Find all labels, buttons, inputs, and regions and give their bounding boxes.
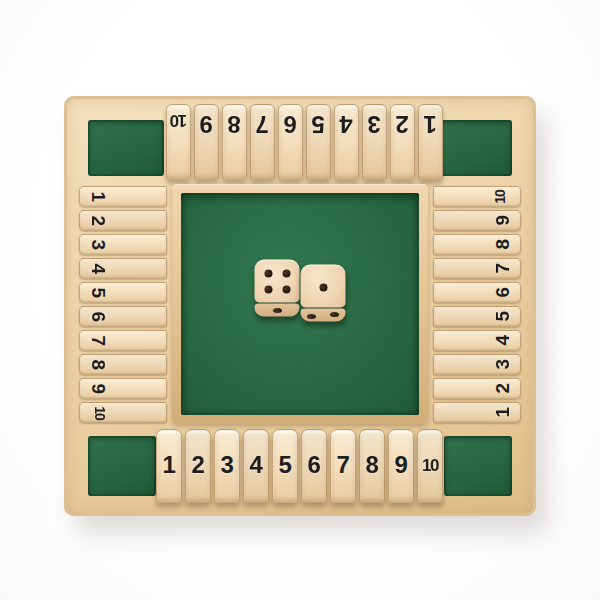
tile-number: 8 [89,359,108,369]
tile-number: 3 [89,239,108,249]
tile-left-9[interactable]: 9 [79,378,167,399]
tile-number: 10 [171,112,187,129]
tile-number: 4 [89,263,108,273]
die-left-showing-4[interactable] [255,260,300,317]
tile-top-1[interactable]: 1 [418,104,443,180]
tile-number: 1 [492,407,511,417]
tile-left-4[interactable]: 4 [79,258,167,279]
tile-number: 2 [396,112,409,136]
tile-number: 6 [89,311,108,321]
tile-number: 8 [228,112,241,136]
corner-felt-top-right [436,120,512,176]
tile-row-left: 12345678910 [79,186,167,423]
tile-number: 9 [395,453,408,477]
tile-right-2[interactable]: 2 [433,378,521,399]
corner-felt-bottom-left [88,436,156,496]
tile-top-4[interactable]: 4 [334,104,359,180]
tile-top-10[interactable]: 10 [166,104,191,180]
tile-row-bottom: 12345678910 [156,429,443,503]
dice-pair [255,260,346,317]
tile-bottom-8[interactable]: 8 [359,429,385,503]
pip [282,269,290,277]
tile-right-8[interactable]: 8 [433,234,521,255]
tile-row-top: 10987654321 [166,104,443,180]
tile-top-9[interactable]: 9 [194,104,219,180]
tile-number: 3 [221,453,234,477]
tile-top-6[interactable]: 6 [278,104,303,180]
tile-right-4[interactable]: 4 [433,330,521,351]
felt-playing-area [181,193,419,415]
tile-number: 10 [422,457,438,474]
tile-number: 7 [89,335,108,345]
tile-top-5[interactable]: 5 [306,104,331,180]
tile-number: 1 [163,453,176,477]
tile-bottom-6[interactable]: 6 [301,429,327,503]
shut-the-box-board: 10987654321 12345678910 10987654321 1234… [64,96,536,516]
tile-number: 10 [493,190,507,204]
tile-number: 7 [492,263,511,273]
tile-number: 6 [308,453,321,477]
tile-left-7[interactable]: 7 [79,330,167,351]
tile-number: 3 [368,112,381,136]
corner-felt-bottom-right [444,436,512,496]
tile-right-1[interactable]: 1 [433,402,521,423]
tile-top-7[interactable]: 7 [250,104,275,180]
tile-left-10[interactable]: 10 [79,402,167,423]
tile-number: 8 [366,453,379,477]
tile-number: 2 [492,383,511,393]
tile-number: 5 [492,311,511,321]
pip [282,286,290,294]
tile-number: 6 [284,112,297,136]
corner-felt-top-left [88,120,164,176]
tile-left-6[interactable]: 6 [79,306,167,327]
die-top-face [255,260,300,303]
pip [330,312,339,317]
tile-number: 8 [492,239,511,249]
tile-left-5[interactable]: 5 [79,282,167,303]
die-right-showing-1[interactable] [301,265,346,322]
tile-number: 1 [424,112,437,136]
tile-right-10[interactable]: 10 [433,186,521,207]
tile-bottom-5[interactable]: 5 [272,429,298,503]
tile-right-7[interactable]: 7 [433,258,521,279]
tile-right-6[interactable]: 6 [433,282,521,303]
tile-number: 4 [250,453,263,477]
tile-bottom-7[interactable]: 7 [330,429,356,503]
tile-number: 2 [192,453,205,477]
tile-number: 5 [279,453,292,477]
tile-bottom-9[interactable]: 9 [388,429,414,503]
pip [264,286,272,294]
tile-number: 5 [89,287,108,297]
tile-bottom-2[interactable]: 2 [185,429,211,503]
pip [273,308,282,313]
tile-number: 3 [492,359,511,369]
tile-left-8[interactable]: 8 [79,354,167,375]
tile-number: 2 [89,215,108,225]
tile-top-3[interactable]: 3 [362,104,387,180]
tile-number: 9 [200,112,213,136]
product-photo-scene: 10987654321 12345678910 10987654321 1234… [0,0,600,600]
center-tray [172,184,428,424]
tile-number: 9 [492,215,511,225]
tile-right-3[interactable]: 3 [433,354,521,375]
die-front-face [255,304,300,317]
tile-right-5[interactable]: 5 [433,306,521,327]
tile-number: 6 [492,287,511,297]
die-front-face [301,309,346,322]
tile-number: 7 [337,453,350,477]
tile-right-9[interactable]: 9 [433,210,521,231]
die-top-face [301,265,346,308]
tile-left-2[interactable]: 2 [79,210,167,231]
tile-left-3[interactable]: 3 [79,234,167,255]
tile-number: 7 [256,112,269,136]
tile-number: 10 [93,406,107,420]
tile-bottom-4[interactable]: 4 [243,429,269,503]
pip [264,269,272,277]
tile-left-1[interactable]: 1 [79,186,167,207]
tile-number: 9 [89,383,108,393]
tile-number: 5 [312,112,325,136]
tile-number: 4 [340,112,353,136]
tile-top-2[interactable]: 2 [390,104,415,180]
tile-bottom-3[interactable]: 3 [214,429,240,503]
tile-top-8[interactable]: 8 [222,104,247,180]
pip [307,314,316,319]
tile-bottom-10[interactable]: 10 [417,429,443,503]
tile-number: 4 [492,335,511,345]
pip [319,283,327,291]
tile-bottom-1[interactable]: 1 [156,429,182,503]
tile-row-right: 10987654321 [433,186,521,423]
tile-number: 1 [89,191,108,201]
